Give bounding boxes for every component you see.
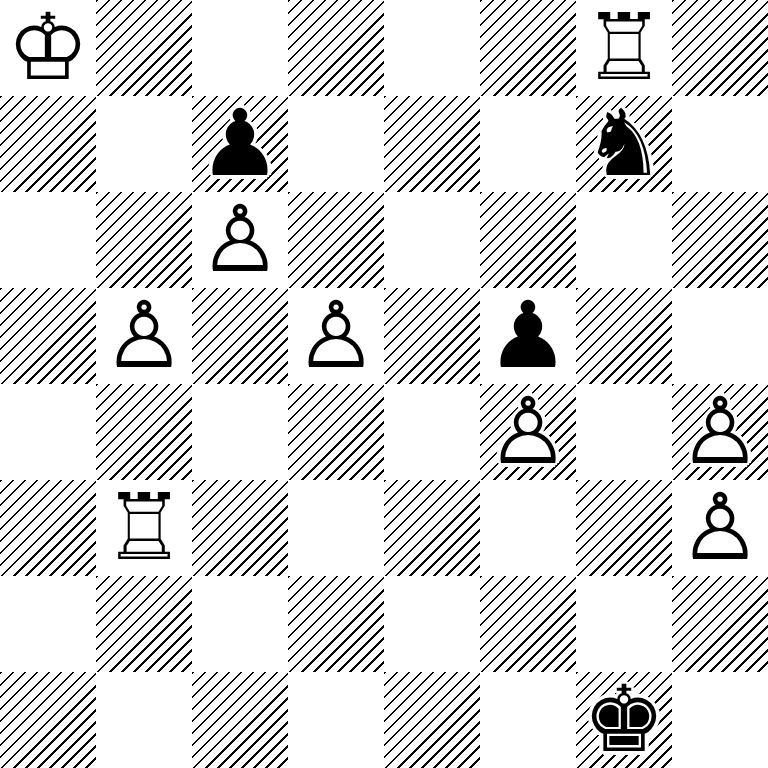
square-e5[interactable] [384,288,480,384]
square-c1[interactable] [192,672,288,768]
square-g7[interactable]: ♞♞ [576,96,672,192]
square-d7[interactable] [288,96,384,192]
white-pawn-piece[interactable]: ♙ [672,480,768,576]
white-pawn-piece[interactable]: ♙ [672,384,768,480]
square-f2[interactable] [480,576,576,672]
square-b1[interactable] [96,672,192,768]
square-a7[interactable] [0,96,96,192]
square-h2[interactable] [672,576,768,672]
square-g2[interactable] [576,576,672,672]
square-f8[interactable] [480,0,576,96]
square-c3[interactable] [192,480,288,576]
square-d4[interactable] [288,384,384,480]
square-e2[interactable] [384,576,480,672]
square-d5[interactable]: ♟♙ [288,288,384,384]
white-king-piece[interactable]: ♔ [0,0,96,96]
square-a3[interactable] [0,480,96,576]
white-rook-piece[interactable]: ♖ [96,480,192,576]
black-knight-piece[interactable]: ♞ [576,96,672,192]
square-d2[interactable] [288,576,384,672]
square-b6[interactable] [96,192,192,288]
square-e8[interactable] [384,0,480,96]
square-g1[interactable]: ♚♚ [576,672,672,768]
square-b5[interactable]: ♟♙ [96,288,192,384]
square-h7[interactable] [672,96,768,192]
square-c7[interactable]: ♟♟ [192,96,288,192]
square-c8[interactable] [192,0,288,96]
square-f7[interactable] [480,96,576,192]
square-c5[interactable] [192,288,288,384]
square-c4[interactable] [192,384,288,480]
square-g6[interactable] [576,192,672,288]
square-a5[interactable] [0,288,96,384]
square-g3[interactable] [576,480,672,576]
square-c6[interactable]: ♟♙ [192,192,288,288]
square-a2[interactable] [0,576,96,672]
white-pawn-piece[interactable]: ♙ [480,384,576,480]
chess-diagram: ♚♔♜♖♟♟♞♞♟♙♟♙♟♙♟♟♟♙♟♙♜♖♟♙♚♚ [0,0,768,768]
square-e1[interactable] [384,672,480,768]
black-pawn-piece[interactable]: ♟ [192,96,288,192]
square-h5[interactable] [672,288,768,384]
square-f6[interactable] [480,192,576,288]
square-f1[interactable] [480,672,576,768]
white-pawn-piece[interactable]: ♙ [192,192,288,288]
square-h8[interactable] [672,0,768,96]
square-e7[interactable] [384,96,480,192]
square-h3[interactable]: ♟♙ [672,480,768,576]
square-g5[interactable] [576,288,672,384]
black-pawn-piece[interactable]: ♟ [480,288,576,384]
square-a6[interactable] [0,192,96,288]
square-f3[interactable] [480,480,576,576]
white-rook-piece[interactable]: ♖ [576,0,672,96]
square-d1[interactable] [288,672,384,768]
square-d3[interactable] [288,480,384,576]
square-f5[interactable]: ♟♟ [480,288,576,384]
square-a4[interactable] [0,384,96,480]
square-g4[interactable] [576,384,672,480]
square-e4[interactable] [384,384,480,480]
white-pawn-piece[interactable]: ♙ [96,288,192,384]
square-a8[interactable]: ♚♔ [0,0,96,96]
square-g8[interactable]: ♜♖ [576,0,672,96]
square-h6[interactable] [672,192,768,288]
square-b3[interactable]: ♜♖ [96,480,192,576]
square-c2[interactable] [192,576,288,672]
square-f4[interactable]: ♟♙ [480,384,576,480]
square-h4[interactable]: ♟♙ [672,384,768,480]
square-e3[interactable] [384,480,480,576]
square-b4[interactable] [96,384,192,480]
square-h1[interactable] [672,672,768,768]
black-king-piece[interactable]: ♚ [576,672,672,768]
square-b2[interactable] [96,576,192,672]
square-e6[interactable] [384,192,480,288]
square-d6[interactable] [288,192,384,288]
square-b8[interactable] [96,0,192,96]
square-b7[interactable] [96,96,192,192]
square-a1[interactable] [0,672,96,768]
square-d8[interactable] [288,0,384,96]
white-pawn-piece[interactable]: ♙ [288,288,384,384]
chess-board: ♚♔♜♖♟♟♞♞♟♙♟♙♟♙♟♟♟♙♟♙♜♖♟♙♚♚ [0,0,768,768]
